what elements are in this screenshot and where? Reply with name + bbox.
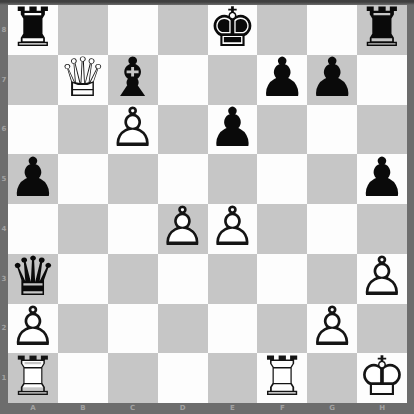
file-label-b: B — [80, 404, 85, 412]
piece-outline-layer: ♙ — [357, 254, 407, 304]
square-h5[interactable]: ♟ — [357, 154, 407, 204]
piece-outline-layer: ♙ — [208, 204, 258, 254]
chessboard-frame: ♜♚♜♛♕♝♟♟♟♙♟♟♟♟♙♟♙♛♟♙♟♙♟♙♜♖♜♖♚♔ 87654321 … — [0, 0, 414, 414]
piece-white-pawn[interactable]: ♟♙ — [158, 204, 208, 254]
square-a8[interactable]: ♜ — [8, 5, 58, 55]
square-e4[interactable]: ♟♙ — [208, 204, 258, 254]
square-g4[interactable] — [307, 204, 357, 254]
piece-white-queen[interactable]: ♛♕ — [58, 55, 108, 105]
square-d8[interactable] — [158, 5, 208, 55]
piece-white-rook[interactable]: ♜♖ — [257, 353, 307, 403]
square-d1[interactable] — [158, 353, 208, 403]
file-label-e: E — [230, 404, 235, 412]
file-label-d: D — [180, 404, 186, 412]
piece-black-rook[interactable]: ♜ — [357, 5, 407, 55]
rank-label-8: 8 — [0, 26, 8, 34]
file-label-a: A — [30, 404, 35, 412]
square-h7[interactable] — [357, 55, 407, 105]
file-label-g: G — [329, 404, 335, 412]
rank-label-2: 2 — [0, 324, 8, 332]
piece-fill-layer: ♜ — [357, 5, 407, 55]
piece-fill-layer: ♟ — [257, 55, 307, 105]
square-h1[interactable]: ♚♔ — [357, 353, 407, 403]
square-b3[interactable] — [58, 254, 108, 304]
square-c4[interactable] — [108, 204, 158, 254]
rank-label-7: 7 — [0, 76, 8, 84]
piece-outline-layer: ♖ — [8, 353, 58, 403]
square-b5[interactable] — [58, 154, 108, 204]
square-b6[interactable] — [58, 105, 108, 155]
square-h3[interactable]: ♟♙ — [357, 254, 407, 304]
square-c1[interactable] — [108, 353, 158, 403]
piece-outline-layer: ♙ — [158, 204, 208, 254]
square-h8[interactable]: ♜ — [357, 5, 407, 55]
square-f7[interactable]: ♟ — [257, 55, 307, 105]
piece-fill-layer: ♟ — [208, 105, 258, 155]
piece-fill-layer: ♟ — [307, 55, 357, 105]
square-d3[interactable] — [158, 254, 208, 304]
rank-label-1: 1 — [0, 374, 8, 382]
square-a5[interactable]: ♟ — [8, 154, 58, 204]
file-label-c: C — [130, 404, 135, 412]
square-f3[interactable] — [257, 254, 307, 304]
square-b7[interactable]: ♛♕ — [58, 55, 108, 105]
square-f4[interactable] — [257, 204, 307, 254]
piece-black-pawn[interactable]: ♟ — [357, 154, 407, 204]
square-f6[interactable] — [257, 105, 307, 155]
piece-black-rook[interactable]: ♜ — [8, 5, 58, 55]
square-e2[interactable] — [208, 304, 258, 354]
piece-outline-layer: ♔ — [357, 353, 407, 403]
square-b2[interactable] — [58, 304, 108, 354]
piece-fill-layer: ♟ — [8, 154, 58, 204]
piece-black-pawn[interactable]: ♟ — [307, 55, 357, 105]
square-c3[interactable] — [108, 254, 158, 304]
rank-label-6: 6 — [0, 125, 8, 133]
piece-outline-layer: ♖ — [257, 353, 307, 403]
square-d7[interactable] — [158, 55, 208, 105]
square-g7[interactable]: ♟ — [307, 55, 357, 105]
piece-black-pawn[interactable]: ♟ — [257, 55, 307, 105]
chessboard: ♜♚♜♛♕♝♟♟♟♙♟♟♟♟♙♟♙♛♟♙♟♙♟♙♜♖♜♖♚♔ — [8, 5, 407, 403]
square-c5[interactable] — [108, 154, 158, 204]
piece-fill-layer: ♚ — [208, 5, 258, 55]
square-c6[interactable]: ♟♙ — [108, 105, 158, 155]
square-b4[interactable] — [58, 204, 108, 254]
square-g1[interactable] — [307, 353, 357, 403]
piece-white-king[interactable]: ♚♔ — [357, 353, 407, 403]
piece-fill-layer: ♟ — [357, 154, 407, 204]
square-e8[interactable]: ♚ — [208, 5, 258, 55]
piece-white-pawn[interactable]: ♟♙ — [307, 304, 357, 354]
piece-outline-layer: ♙ — [307, 304, 357, 354]
piece-white-pawn[interactable]: ♟♙ — [108, 105, 158, 155]
rank-label-5: 5 — [0, 175, 8, 183]
square-g6[interactable] — [307, 105, 357, 155]
piece-fill-layer: ♜ — [8, 5, 58, 55]
square-d2[interactable] — [158, 304, 208, 354]
square-g5[interactable] — [307, 154, 357, 204]
square-c2[interactable] — [108, 304, 158, 354]
square-a7[interactable] — [8, 55, 58, 105]
square-f5[interactable] — [257, 154, 307, 204]
rank-label-4: 4 — [0, 225, 8, 233]
piece-white-pawn[interactable]: ♟♙ — [208, 204, 258, 254]
square-b1[interactable] — [58, 353, 108, 403]
square-e3[interactable] — [208, 254, 258, 304]
square-d6[interactable] — [158, 105, 208, 155]
rank-label-3: 3 — [0, 275, 8, 283]
piece-outline-layer: ♙ — [108, 105, 158, 155]
file-label-f: F — [280, 404, 285, 412]
square-f1[interactable]: ♜♖ — [257, 353, 307, 403]
piece-black-king[interactable]: ♚ — [208, 5, 258, 55]
square-e6[interactable]: ♟ — [208, 105, 258, 155]
piece-outline-layer: ♕ — [58, 55, 108, 105]
piece-white-pawn[interactable]: ♟♙ — [357, 254, 407, 304]
file-label-h: H — [379, 404, 385, 412]
piece-black-pawn[interactable]: ♟ — [8, 154, 58, 204]
square-a1[interactable]: ♜♖ — [8, 353, 58, 403]
square-g2[interactable]: ♟♙ — [307, 304, 357, 354]
piece-white-rook[interactable]: ♜♖ — [8, 353, 58, 403]
square-e1[interactable] — [208, 353, 258, 403]
piece-black-pawn[interactable]: ♟ — [208, 105, 258, 155]
square-d4[interactable]: ♟♙ — [158, 204, 208, 254]
